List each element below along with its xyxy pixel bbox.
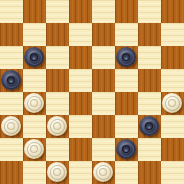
light-square-r1c5[interactable] [115,23,138,46]
light-square-r2c6[interactable] [138,46,161,69]
light-square-r4c0[interactable] [0,92,23,115]
black-checker[interactable] [1,70,21,90]
dark-square-r0c5[interactable] [115,0,138,23]
dark-square-r4c5[interactable] [115,92,138,115]
dark-square-r6c3[interactable] [69,138,92,161]
dark-square-r7c0[interactable] [0,161,23,184]
dark-square-r5c2[interactable] [46,115,69,138]
light-square-r5c1[interactable] [23,115,46,138]
light-square-r7c5[interactable] [115,161,138,184]
dark-square-r2c7[interactable] [161,46,184,69]
black-checker[interactable] [116,139,136,159]
dark-square-r6c5[interactable] [115,138,138,161]
light-square-r7c3[interactable] [69,161,92,184]
white-checker[interactable] [24,93,44,113]
light-square-r3c3[interactable] [69,69,92,92]
white-checker[interactable] [47,116,67,136]
light-square-r2c2[interactable] [46,46,69,69]
dark-square-r1c6[interactable] [138,23,161,46]
white-checker[interactable] [24,139,44,159]
light-square-r2c0[interactable] [0,46,23,69]
light-square-r1c3[interactable] [69,23,92,46]
light-square-r1c7[interactable] [161,23,184,46]
light-square-r4c6[interactable] [138,92,161,115]
dark-square-r6c7[interactable] [161,138,184,161]
dark-square-r3c2[interactable] [46,69,69,92]
dark-square-r4c3[interactable] [69,92,92,115]
black-checker[interactable] [116,47,136,67]
dark-square-r1c0[interactable] [0,23,23,46]
white-checker[interactable] [162,93,182,113]
dark-square-r5c6[interactable] [138,115,161,138]
light-square-r5c3[interactable] [69,115,92,138]
dark-square-r0c1[interactable] [23,0,46,23]
light-square-r0c4[interactable] [92,0,115,23]
dark-square-r6c1[interactable] [23,138,46,161]
dark-square-r3c6[interactable] [138,69,161,92]
light-square-r5c7[interactable] [161,115,184,138]
dark-square-r7c2[interactable] [46,161,69,184]
light-square-r4c2[interactable] [46,92,69,115]
light-square-r7c7[interactable] [161,161,184,184]
light-square-r1c1[interactable] [23,23,46,46]
light-square-r6c0[interactable] [0,138,23,161]
light-square-r4c4[interactable] [92,92,115,115]
white-checker[interactable] [93,162,113,182]
dark-square-r0c7[interactable] [161,0,184,23]
dark-square-r5c0[interactable] [0,115,23,138]
dark-square-r7c6[interactable] [138,161,161,184]
white-checker[interactable] [1,116,21,136]
light-square-r6c4[interactable] [92,138,115,161]
light-square-r3c5[interactable] [115,69,138,92]
dark-square-r5c4[interactable] [92,115,115,138]
light-square-r0c2[interactable] [46,0,69,23]
light-square-r6c6[interactable] [138,138,161,161]
light-square-r2c4[interactable] [92,46,115,69]
checkers-board [0,0,184,184]
white-checker[interactable] [47,162,67,182]
black-checker[interactable] [24,47,44,67]
dark-square-r4c7[interactable] [161,92,184,115]
black-checker[interactable] [139,116,159,136]
dark-square-r1c2[interactable] [46,23,69,46]
light-square-r3c7[interactable] [161,69,184,92]
light-square-r3c1[interactable] [23,69,46,92]
dark-square-r2c1[interactable] [23,46,46,69]
light-square-r0c6[interactable] [138,0,161,23]
light-square-r5c5[interactable] [115,115,138,138]
dark-square-r1c4[interactable] [92,23,115,46]
dark-square-r3c4[interactable] [92,69,115,92]
dark-square-r7c4[interactable] [92,161,115,184]
dark-square-r2c3[interactable] [69,46,92,69]
light-square-r0c0[interactable] [0,0,23,23]
dark-square-r0c3[interactable] [69,0,92,23]
dark-square-r2c5[interactable] [115,46,138,69]
light-square-r7c1[interactable] [23,161,46,184]
dark-square-r4c1[interactable] [23,92,46,115]
dark-square-r3c0[interactable] [0,69,23,92]
light-square-r6c2[interactable] [46,138,69,161]
